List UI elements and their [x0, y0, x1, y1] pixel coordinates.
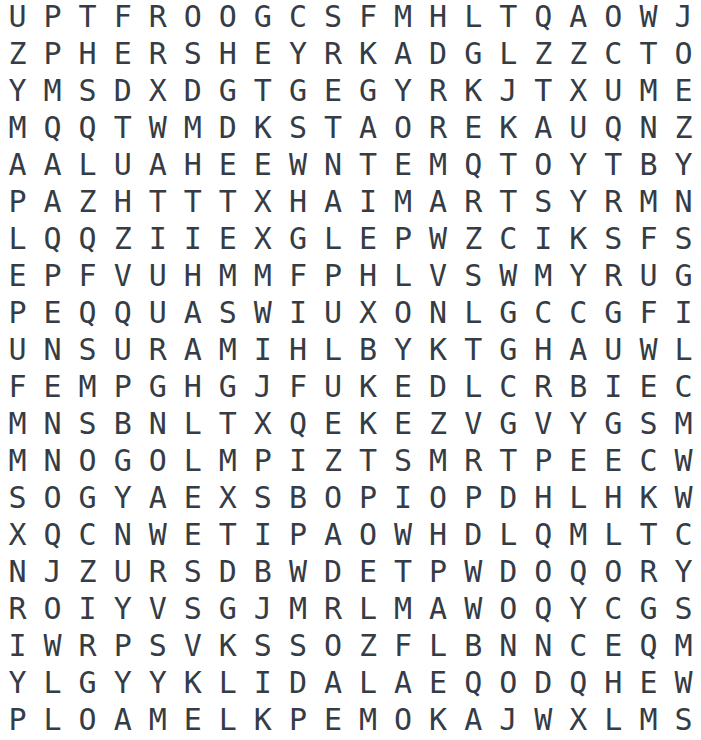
grid-cell[interactable]: C — [631, 444, 666, 481]
grid-cell[interactable]: S — [386, 444, 421, 481]
grid-cell[interactable]: L — [210, 703, 245, 740]
grid-cell[interactable]: F — [631, 222, 666, 259]
grid-cell[interactable]: D — [456, 518, 491, 555]
grid-cell[interactable]: P — [0, 703, 35, 740]
grid-cell[interactable]: R — [70, 629, 105, 666]
grid-cell[interactable]: L — [0, 222, 35, 259]
grid-cell[interactable]: K — [175, 666, 210, 703]
grid-cell[interactable]: M — [386, 592, 421, 629]
grid-cell[interactable]: H — [280, 185, 315, 222]
grid-cell[interactable]: C — [561, 296, 596, 333]
grid-cell[interactable]: G — [210, 74, 245, 111]
grid-cell[interactable]: R — [421, 74, 456, 111]
grid-cell[interactable]: Y — [0, 666, 35, 703]
grid-cell[interactable]: N — [105, 518, 140, 555]
grid-cell[interactable]: U — [315, 370, 350, 407]
grid-cell[interactable]: E — [666, 74, 701, 111]
grid-cell[interactable]: H — [210, 37, 245, 74]
grid-cell[interactable]: M — [35, 74, 70, 111]
grid-cell[interactable]: S — [0, 481, 35, 518]
grid-cell[interactable]: O — [386, 111, 421, 148]
grid-cell[interactable]: E — [631, 666, 666, 703]
grid-cell[interactable]: R — [596, 185, 631, 222]
grid-cell[interactable]: I — [280, 296, 315, 333]
grid-cell[interactable]: Z — [421, 407, 456, 444]
grid-cell[interactable]: A — [386, 37, 421, 74]
grid-cell[interactable]: K — [350, 370, 385, 407]
grid-cell[interactable]: M — [70, 370, 105, 407]
grid-cell[interactable]: T — [456, 333, 491, 370]
grid-cell[interactable]: X — [140, 74, 175, 111]
grid-cell[interactable]: Q — [35, 222, 70, 259]
grid-cell[interactable]: Y — [105, 592, 140, 629]
grid-cell[interactable]: W — [666, 481, 701, 518]
grid-cell[interactable]: Q — [35, 111, 70, 148]
grid-cell[interactable]: R — [0, 592, 35, 629]
grid-cell[interactable]: O — [70, 703, 105, 740]
grid-cell[interactable]: T — [210, 407, 245, 444]
grid-cell[interactable]: W — [456, 592, 491, 629]
grid-cell[interactable]: U — [596, 333, 631, 370]
grid-cell[interactable]: B — [105, 407, 140, 444]
grid-cell[interactable]: C — [526, 296, 561, 333]
grid-cell[interactable]: C — [596, 37, 631, 74]
grid-cell[interactable]: L — [210, 666, 245, 703]
grid-cell[interactable]: W — [666, 666, 701, 703]
grid-cell[interactable]: N — [35, 333, 70, 370]
grid-cell[interactable]: O — [210, 0, 245, 37]
grid-cell[interactable]: P — [105, 629, 140, 666]
grid-cell[interactable]: R — [596, 259, 631, 296]
grid-cell[interactable]: P — [421, 555, 456, 592]
grid-cell[interactable]: P — [526, 444, 561, 481]
grid-cell[interactable]: N — [35, 407, 70, 444]
grid-cell[interactable]: Y — [561, 148, 596, 185]
grid-cell[interactable]: B — [245, 555, 280, 592]
grid-cell[interactable]: O — [70, 444, 105, 481]
grid-cell[interactable]: M — [631, 185, 666, 222]
grid-cell[interactable]: G — [596, 407, 631, 444]
grid-cell[interactable]: S — [175, 37, 210, 74]
grid-cell[interactable]: R — [140, 37, 175, 74]
grid-cell[interactable]: C — [666, 370, 701, 407]
grid-cell[interactable]: A — [105, 703, 140, 740]
grid-cell[interactable]: K — [631, 481, 666, 518]
grid-cell[interactable]: G — [210, 370, 245, 407]
grid-cell[interactable]: I — [245, 518, 280, 555]
grid-cell[interactable]: W — [631, 0, 666, 37]
grid-cell[interactable]: O — [596, 0, 631, 37]
grid-cell[interactable]: Z — [0, 37, 35, 74]
grid-cell[interactable]: W — [666, 444, 701, 481]
grid-cell[interactable]: H — [175, 259, 210, 296]
grid-cell[interactable]: E — [210, 222, 245, 259]
grid-cell[interactable]: Q — [526, 0, 561, 37]
grid-cell[interactable]: Y — [561, 592, 596, 629]
grid-cell[interactable]: M — [526, 259, 561, 296]
grid-cell[interactable]: S — [175, 555, 210, 592]
grid-cell[interactable]: N — [666, 185, 701, 222]
grid-cell[interactable]: O — [421, 481, 456, 518]
grid-cell[interactable]: M — [280, 592, 315, 629]
grid-cell[interactable]: A — [561, 333, 596, 370]
grid-cell[interactable]: T — [631, 518, 666, 555]
grid-cell[interactable]: E — [350, 222, 385, 259]
grid-cell[interactable]: L — [596, 518, 631, 555]
grid-cell[interactable]: Y — [666, 148, 701, 185]
grid-cell[interactable]: O — [315, 629, 350, 666]
grid-cell[interactable]: Z — [70, 555, 105, 592]
grid-cell[interactable]: Z — [456, 222, 491, 259]
grid-cell[interactable]: P — [35, 259, 70, 296]
grid-cell[interactable]: R — [631, 555, 666, 592]
grid-cell[interactable]: R — [140, 333, 175, 370]
grid-cell[interactable]: W — [280, 555, 315, 592]
grid-cell[interactable]: X — [245, 407, 280, 444]
grid-cell[interactable]: L — [35, 666, 70, 703]
grid-cell[interactable]: O — [596, 555, 631, 592]
grid-cell[interactable]: Q — [70, 222, 105, 259]
grid-cell[interactable]: D — [105, 74, 140, 111]
grid-cell[interactable]: Z — [561, 37, 596, 74]
grid-cell[interactable]: K — [421, 333, 456, 370]
grid-cell[interactable]: A — [421, 185, 456, 222]
grid-cell[interactable]: M — [0, 111, 35, 148]
grid-cell[interactable]: I — [0, 629, 35, 666]
grid-cell[interactable]: X — [561, 703, 596, 740]
grid-cell[interactable]: X — [0, 518, 35, 555]
grid-cell[interactable]: O — [526, 148, 561, 185]
grid-cell[interactable]: A — [175, 333, 210, 370]
grid-cell[interactable]: A — [315, 518, 350, 555]
grid-cell[interactable]: C — [280, 0, 315, 37]
grid-cell[interactable]: A — [140, 481, 175, 518]
grid-cell[interactable]: Y — [561, 259, 596, 296]
grid-cell[interactable]: A — [421, 592, 456, 629]
grid-cell[interactable]: G — [350, 74, 385, 111]
grid-cell[interactable]: Q — [631, 629, 666, 666]
grid-cell[interactable]: T — [175, 185, 210, 222]
grid-cell[interactable]: E — [386, 148, 421, 185]
grid-cell[interactable]: Q — [526, 592, 561, 629]
grid-cell[interactable]: S — [175, 592, 210, 629]
grid-cell[interactable]: K — [350, 37, 385, 74]
grid-cell[interactable]: E — [175, 481, 210, 518]
grid-cell[interactable]: K — [245, 703, 280, 740]
grid-cell[interactable]: G — [666, 259, 701, 296]
grid-cell[interactable]: Y — [666, 555, 701, 592]
grid-cell[interactable]: W — [526, 703, 561, 740]
grid-cell[interactable]: S — [70, 333, 105, 370]
grid-cell[interactable]: M — [350, 703, 385, 740]
grid-cell[interactable]: W — [491, 259, 526, 296]
grid-cell[interactable]: R — [456, 444, 491, 481]
grid-cell[interactable]: K — [350, 407, 385, 444]
grid-cell[interactable]: K — [561, 222, 596, 259]
grid-cell[interactable]: P — [245, 444, 280, 481]
grid-cell[interactable]: L — [175, 407, 210, 444]
grid-cell[interactable]: T — [350, 148, 385, 185]
grid-cell[interactable]: S — [666, 592, 701, 629]
grid-cell[interactable]: C — [491, 222, 526, 259]
grid-cell[interactable]: J — [666, 0, 701, 37]
grid-cell[interactable]: P — [315, 259, 350, 296]
grid-cell[interactable]: Q — [456, 666, 491, 703]
grid-cell[interactable]: Q — [280, 407, 315, 444]
grid-cell[interactable]: Y — [105, 481, 140, 518]
grid-cell[interactable]: T — [631, 37, 666, 74]
grid-cell[interactable]: A — [386, 666, 421, 703]
grid-cell[interactable]: O — [386, 703, 421, 740]
grid-cell[interactable]: L — [456, 0, 491, 37]
grid-cell[interactable]: Q — [561, 555, 596, 592]
grid-cell[interactable]: H — [105, 185, 140, 222]
grid-cell[interactable]: L — [421, 629, 456, 666]
grid-cell[interactable]: O — [386, 296, 421, 333]
grid-cell[interactable]: E — [561, 444, 596, 481]
grid-cell[interactable]: A — [561, 0, 596, 37]
grid-cell[interactable]: P — [0, 296, 35, 333]
grid-cell[interactable]: E — [245, 37, 280, 74]
grid-cell[interactable]: E — [386, 407, 421, 444]
grid-cell[interactable]: S — [280, 111, 315, 148]
grid-cell[interactable]: S — [140, 629, 175, 666]
grid-cell[interactable]: S — [210, 296, 245, 333]
grid-cell[interactable]: H — [175, 370, 210, 407]
grid-cell[interactable]: W — [280, 148, 315, 185]
grid-cell[interactable]: G — [105, 444, 140, 481]
grid-cell[interactable]: M — [666, 629, 701, 666]
grid-cell[interactable]: P — [35, 0, 70, 37]
grid-cell[interactable]: V — [421, 259, 456, 296]
grid-cell[interactable]: D — [210, 111, 245, 148]
grid-cell[interactable]: D — [315, 555, 350, 592]
grid-cell[interactable]: B — [350, 333, 385, 370]
grid-cell[interactable]: F — [350, 0, 385, 37]
grid-cell[interactable]: L — [596, 703, 631, 740]
grid-cell[interactable]: L — [70, 148, 105, 185]
grid-cell[interactable]: N — [421, 296, 456, 333]
grid-cell[interactable]: Z — [70, 185, 105, 222]
grid-cell[interactable]: J — [245, 592, 280, 629]
grid-cell[interactable]: Z — [105, 222, 140, 259]
grid-cell[interactable]: Q — [70, 111, 105, 148]
grid-cell[interactable]: Q — [456, 148, 491, 185]
grid-cell[interactable]: R — [140, 555, 175, 592]
grid-cell[interactable]: G — [70, 481, 105, 518]
grid-cell[interactable]: W — [140, 518, 175, 555]
grid-cell[interactable]: C — [561, 629, 596, 666]
grid-cell[interactable]: O — [526, 555, 561, 592]
grid-cell[interactable]: M — [245, 259, 280, 296]
grid-cell[interactable]: W — [35, 629, 70, 666]
grid-cell[interactable]: J — [491, 703, 526, 740]
grid-cell[interactable]: J — [491, 74, 526, 111]
grid-cell[interactable]: Y — [105, 666, 140, 703]
grid-cell[interactable]: N — [315, 148, 350, 185]
grid-cell[interactable]: O — [140, 444, 175, 481]
grid-cell[interactable]: E — [386, 370, 421, 407]
grid-cell[interactable]: T — [386, 555, 421, 592]
grid-cell[interactable]: C — [491, 370, 526, 407]
grid-cell[interactable]: S — [631, 407, 666, 444]
grid-cell[interactable]: W — [386, 518, 421, 555]
grid-cell[interactable]: Y — [561, 185, 596, 222]
grid-cell[interactable]: K — [421, 703, 456, 740]
grid-cell[interactable]: A — [315, 185, 350, 222]
grid-cell[interactable]: A — [526, 111, 561, 148]
grid-cell[interactable]: S — [456, 259, 491, 296]
grid-cell[interactable]: W — [245, 296, 280, 333]
grid-cell[interactable]: E — [315, 703, 350, 740]
grid-cell[interactable]: G — [280, 222, 315, 259]
grid-cell[interactable]: O — [35, 481, 70, 518]
grid-cell[interactable]: I — [386, 481, 421, 518]
grid-cell[interactable]: L — [175, 444, 210, 481]
grid-cell[interactable]: S — [526, 185, 561, 222]
grid-cell[interactable]: U — [631, 259, 666, 296]
grid-cell[interactable]: Q — [561, 666, 596, 703]
grid-cell[interactable]: R — [315, 37, 350, 74]
grid-cell[interactable]: U — [596, 74, 631, 111]
grid-cell[interactable]: V — [175, 629, 210, 666]
grid-cell[interactable]: B — [456, 629, 491, 666]
grid-cell[interactable]: U — [105, 148, 140, 185]
grid-cell[interactable]: L — [491, 518, 526, 555]
grid-cell[interactable]: E — [315, 407, 350, 444]
grid-cell[interactable]: V — [140, 592, 175, 629]
grid-cell[interactable]: M — [631, 74, 666, 111]
grid-cell[interactable]: I — [175, 222, 210, 259]
grid-cell[interactable]: A — [35, 148, 70, 185]
grid-cell[interactable]: M — [421, 148, 456, 185]
grid-cell[interactable]: D — [491, 481, 526, 518]
grid-cell[interactable]: F — [70, 259, 105, 296]
grid-cell[interactable]: G — [596, 296, 631, 333]
grid-cell[interactable]: E — [105, 37, 140, 74]
grid-cell[interactable]: Z — [315, 444, 350, 481]
grid-cell[interactable]: L — [386, 259, 421, 296]
grid-cell[interactable]: L — [456, 296, 491, 333]
grid-cell[interactable]: U — [315, 296, 350, 333]
grid-cell[interactable]: Z — [350, 629, 385, 666]
grid-cell[interactable]: I — [70, 592, 105, 629]
grid-cell[interactable]: T — [491, 148, 526, 185]
grid-cell[interactable]: N — [491, 629, 526, 666]
grid-cell[interactable]: H — [70, 37, 105, 74]
grid-cell[interactable]: A — [0, 148, 35, 185]
grid-cell[interactable]: M — [210, 444, 245, 481]
grid-cell[interactable]: M — [561, 518, 596, 555]
grid-cell[interactable]: W — [631, 333, 666, 370]
grid-cell[interactable]: T — [350, 444, 385, 481]
grid-cell[interactable]: I — [245, 666, 280, 703]
grid-cell[interactable]: F — [105, 0, 140, 37]
grid-cell[interactable]: M — [666, 407, 701, 444]
grid-cell[interactable]: B — [561, 370, 596, 407]
grid-cell[interactable]: F — [0, 370, 35, 407]
grid-cell[interactable]: B — [280, 481, 315, 518]
grid-cell[interactable]: P — [35, 37, 70, 74]
grid-cell[interactable]: U — [105, 555, 140, 592]
grid-cell[interactable]: F — [386, 629, 421, 666]
grid-cell[interactable]: T — [491, 0, 526, 37]
grid-cell[interactable]: D — [491, 555, 526, 592]
grid-cell[interactable]: M — [210, 259, 245, 296]
grid-cell[interactable]: Y — [386, 333, 421, 370]
grid-cell[interactable]: A — [35, 185, 70, 222]
grid-cell[interactable]: A — [140, 148, 175, 185]
grid-cell[interactable]: T — [596, 148, 631, 185]
grid-cell[interactable]: I — [245, 333, 280, 370]
grid-cell[interactable]: S — [666, 222, 701, 259]
grid-cell[interactable]: H — [596, 481, 631, 518]
grid-cell[interactable]: D — [421, 370, 456, 407]
grid-cell[interactable]: L — [315, 222, 350, 259]
grid-cell[interactable]: I — [280, 444, 315, 481]
grid-cell[interactable]: I — [350, 185, 385, 222]
grid-cell[interactable]: M — [421, 444, 456, 481]
grid-cell[interactable]: N — [35, 444, 70, 481]
grid-cell[interactable]: Q — [526, 518, 561, 555]
grid-cell[interactable]: L — [350, 666, 385, 703]
grid-cell[interactable]: G — [140, 370, 175, 407]
grid-cell[interactable]: A — [175, 296, 210, 333]
grid-cell[interactable]: D — [280, 666, 315, 703]
grid-cell[interactable]: V — [105, 259, 140, 296]
grid-cell[interactable]: S — [70, 74, 105, 111]
grid-cell[interactable]: Z — [526, 37, 561, 74]
grid-cell[interactable]: M — [0, 407, 35, 444]
grid-cell[interactable]: V — [526, 407, 561, 444]
grid-cell[interactable]: O — [35, 592, 70, 629]
grid-cell[interactable]: H — [350, 259, 385, 296]
grid-cell[interactable]: H — [175, 148, 210, 185]
grid-cell[interactable]: X — [561, 74, 596, 111]
grid-cell[interactable]: M — [175, 111, 210, 148]
grid-cell[interactable]: A — [456, 703, 491, 740]
grid-cell[interactable]: L — [491, 37, 526, 74]
grid-cell[interactable]: E — [35, 370, 70, 407]
grid-cell[interactable]: N — [526, 629, 561, 666]
grid-cell[interactable]: H — [421, 518, 456, 555]
grid-cell[interactable]: G — [491, 333, 526, 370]
grid-cell[interactable]: P — [280, 703, 315, 740]
grid-cell[interactable]: J — [245, 370, 280, 407]
grid-cell[interactable]: G — [245, 0, 280, 37]
grid-cell[interactable]: S — [315, 0, 350, 37]
grid-cell[interactable]: P — [105, 370, 140, 407]
grid-cell[interactable]: Q — [35, 518, 70, 555]
grid-cell[interactable]: A — [315, 666, 350, 703]
grid-cell[interactable]: L — [315, 333, 350, 370]
grid-cell[interactable]: U — [561, 111, 596, 148]
grid-cell[interactable]: K — [210, 629, 245, 666]
grid-cell[interactable]: Y — [386, 74, 421, 111]
grid-cell[interactable]: X — [210, 481, 245, 518]
grid-cell[interactable]: N — [0, 555, 35, 592]
grid-cell[interactable]: J — [35, 555, 70, 592]
grid-cell[interactable]: D — [526, 666, 561, 703]
grid-cell[interactable]: T — [210, 518, 245, 555]
grid-cell[interactable]: P — [0, 185, 35, 222]
grid-cell[interactable]: S — [245, 629, 280, 666]
grid-cell[interactable]: Q — [105, 296, 140, 333]
grid-cell[interactable]: U — [140, 259, 175, 296]
grid-cell[interactable]: F — [280, 370, 315, 407]
grid-cell[interactable]: O — [666, 37, 701, 74]
grid-cell[interactable]: R — [421, 111, 456, 148]
